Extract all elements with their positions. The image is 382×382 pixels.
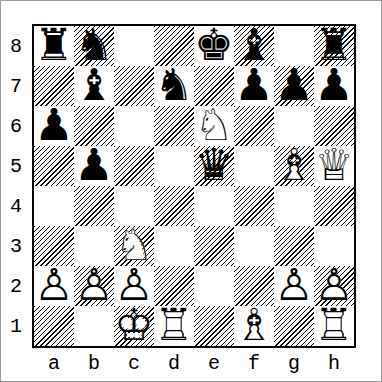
square-e4[interactable] <box>194 186 234 226</box>
white-piece-fill-h1: ♜ <box>314 306 354 346</box>
square-e5[interactable]: ♛ <box>194 146 234 186</box>
square-c2[interactable]: ♟♙ <box>114 266 154 306</box>
file-label-g: g <box>274 348 314 378</box>
white-bishop-f1-icon: ♗ <box>234 306 274 346</box>
black-bishop-b7-icon: ♝ <box>74 66 114 106</box>
square-a2[interactable]: ♟♙ <box>34 266 74 306</box>
white-knight-c3-icon: ♘ <box>114 226 154 266</box>
black-king-e8-icon: ♚ <box>194 26 234 66</box>
white-piece-fill-f1: ♝ <box>234 306 274 346</box>
square-f6[interactable] <box>234 106 274 146</box>
square-a3[interactable] <box>34 226 74 266</box>
square-d7[interactable]: ♞ <box>154 66 194 106</box>
white-piece-fill-c1: ♚ <box>114 306 154 346</box>
square-f7[interactable]: ♟ <box>234 66 274 106</box>
square-b5[interactable]: ♟ <box>74 146 114 186</box>
square-e2[interactable] <box>194 266 234 306</box>
square-b4[interactable] <box>74 186 114 226</box>
square-g2[interactable]: ♟♙ <box>274 266 314 306</box>
white-piece-fill-c2: ♟ <box>114 266 154 306</box>
square-h5[interactable]: ♛♕ <box>314 146 354 186</box>
square-a1[interactable] <box>34 306 74 346</box>
file-label-d: d <box>154 348 194 378</box>
white-piece-fill-g2: ♟ <box>274 266 314 306</box>
square-c4[interactable] <box>114 186 154 226</box>
file-label-b: b <box>74 348 114 378</box>
white-piece-fill-b2: ♟ <box>74 266 114 306</box>
square-d8[interactable] <box>154 26 194 66</box>
white-piece-fill-e6: ♞ <box>194 106 234 146</box>
square-e8[interactable]: ♚ <box>194 26 234 66</box>
white-rook-h1-icon: ♖ <box>314 306 354 346</box>
square-c5[interactable] <box>114 146 154 186</box>
rank-label-5: 5 <box>1 146 31 186</box>
square-b7[interactable]: ♝ <box>74 66 114 106</box>
square-f8[interactable]: ♝ <box>234 26 274 66</box>
square-e6[interactable]: ♞♘ <box>194 106 234 146</box>
square-g7[interactable]: ♟ <box>274 66 314 106</box>
white-knight-e6-icon: ♘ <box>194 106 234 146</box>
black-rook-a8-icon: ♜ <box>34 26 74 66</box>
square-h1[interactable]: ♜♖ <box>314 306 354 346</box>
square-c7[interactable] <box>114 66 154 106</box>
square-a4[interactable] <box>34 186 74 226</box>
white-king-c1-icon: ♔ <box>114 306 154 346</box>
square-g4[interactable] <box>274 186 314 226</box>
square-f4[interactable] <box>234 186 274 226</box>
square-e3[interactable] <box>194 226 234 266</box>
rank-label-8: 8 <box>1 26 31 66</box>
square-h7[interactable]: ♟ <box>314 66 354 106</box>
chess-diagram: 87654321 ♜♞♚♝♜♝♞♟♟♟♟♞♘♟♛♝♗♛♕♞♘♟♙♟♙♟♙♟♙♟♙… <box>0 0 382 382</box>
square-d2[interactable] <box>154 266 194 306</box>
rank-label-3: 3 <box>1 226 31 266</box>
square-b6[interactable] <box>74 106 114 146</box>
square-a5[interactable] <box>34 146 74 186</box>
white-pawn-c2-icon: ♙ <box>114 266 154 306</box>
square-d3[interactable] <box>154 226 194 266</box>
square-a8[interactable]: ♜ <box>34 26 74 66</box>
square-d5[interactable] <box>154 146 194 186</box>
black-pawn-g7-icon: ♟ <box>274 66 314 106</box>
square-h2[interactable]: ♟♙ <box>314 266 354 306</box>
rank-label-2: 2 <box>1 266 31 306</box>
white-pawn-b2-icon: ♙ <box>74 266 114 306</box>
square-g8[interactable] <box>274 26 314 66</box>
black-bishop-f8-icon: ♝ <box>234 26 274 66</box>
white-pawn-a2-icon: ♙ <box>34 266 74 306</box>
square-f2[interactable] <box>234 266 274 306</box>
white-piece-fill-c3: ♞ <box>114 226 154 266</box>
square-c6[interactable] <box>114 106 154 146</box>
square-h4[interactable] <box>314 186 354 226</box>
rank-label-6: 6 <box>1 106 31 146</box>
square-g1[interactable] <box>274 306 314 346</box>
square-e7[interactable] <box>194 66 234 106</box>
white-queen-h5-icon: ♕ <box>314 146 354 186</box>
white-piece-fill-h2: ♟ <box>314 266 354 306</box>
square-h8[interactable]: ♜ <box>314 26 354 66</box>
black-rook-h8-icon: ♜ <box>314 26 354 66</box>
file-label-h: h <box>314 348 354 378</box>
square-f5[interactable] <box>234 146 274 186</box>
white-rook-d1-icon: ♖ <box>154 306 194 346</box>
black-knight-b8-icon: ♞ <box>74 26 114 66</box>
square-h6[interactable] <box>314 106 354 146</box>
black-pawn-a6-icon: ♟ <box>34 106 74 146</box>
square-b1[interactable] <box>74 306 114 346</box>
black-pawn-f7-icon: ♟ <box>234 66 274 106</box>
square-c8[interactable] <box>114 26 154 66</box>
square-f1[interactable]: ♝♗ <box>234 306 274 346</box>
file-label-a: a <box>34 348 74 378</box>
black-knight-d7-icon: ♞ <box>154 66 194 106</box>
file-label-e: e <box>194 348 234 378</box>
rank-label-4: 4 <box>1 186 31 226</box>
white-bishop-g5-icon: ♗ <box>274 146 314 186</box>
board: ♜♞♚♝♜♝♞♟♟♟♟♞♘♟♛♝♗♛♕♞♘♟♙♟♙♟♙♟♙♟♙♚♔♜♖♝♗♜♖ <box>32 24 356 348</box>
square-b2[interactable]: ♟♙ <box>74 266 114 306</box>
square-b8[interactable]: ♞ <box>74 26 114 66</box>
black-pawn-b5-icon: ♟ <box>74 146 114 186</box>
file-labels: abcdefgh <box>34 348 354 378</box>
white-piece-fill-h5: ♛ <box>314 146 354 186</box>
square-e1[interactable] <box>194 306 234 346</box>
white-piece-fill-d1: ♜ <box>154 306 194 346</box>
white-piece-fill-a2: ♟ <box>34 266 74 306</box>
white-piece-fill-g5: ♝ <box>274 146 314 186</box>
black-queen-e5-icon: ♛ <box>194 146 234 186</box>
file-label-c: c <box>114 348 154 378</box>
square-c1[interactable]: ♚♔ <box>114 306 154 346</box>
square-c3[interactable]: ♞♘ <box>114 226 154 266</box>
square-g3[interactable] <box>274 226 314 266</box>
black-pawn-h7-icon: ♟ <box>314 66 354 106</box>
square-d4[interactable] <box>154 186 194 226</box>
square-a6[interactable]: ♟ <box>34 106 74 146</box>
square-g6[interactable] <box>274 106 314 146</box>
white-pawn-g2-icon: ♙ <box>274 266 314 306</box>
rank-labels: 87654321 <box>1 26 31 346</box>
square-h3[interactable] <box>314 226 354 266</box>
square-b3[interactable] <box>74 226 114 266</box>
square-a7[interactable] <box>34 66 74 106</box>
square-g5[interactable]: ♝♗ <box>274 146 314 186</box>
white-pawn-h2-icon: ♙ <box>314 266 354 306</box>
rank-label-1: 1 <box>1 306 31 346</box>
rank-label-7: 7 <box>1 66 31 106</box>
square-d1[interactable]: ♜♖ <box>154 306 194 346</box>
file-label-f: f <box>234 348 274 378</box>
square-d6[interactable] <box>154 106 194 146</box>
square-f3[interactable] <box>234 226 274 266</box>
